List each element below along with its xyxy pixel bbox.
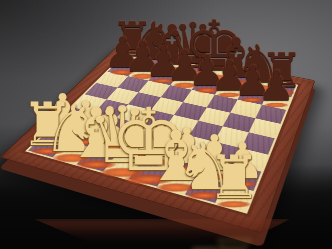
square-c2[interactable] (91, 131, 128, 153)
square-f1[interactable] (157, 167, 196, 194)
square-g3[interactable] (205, 141, 240, 164)
square-h1[interactable] (215, 182, 254, 211)
square-f3[interactable] (179, 135, 214, 157)
square-g4[interactable] (214, 126, 248, 147)
square-e1[interactable] (129, 160, 168, 186)
square-d1[interactable] (103, 153, 142, 178)
square-h4[interactable] (241, 132, 275, 154)
square-d2[interactable] (116, 138, 153, 161)
square-d3[interactable] (129, 123, 165, 144)
square-a2[interactable] (44, 120, 81, 141)
square-h2[interactable] (224, 164, 261, 190)
scene: ♜♞♝♛♚♝♞♜ ♜♞♝♛♚♝♞♜♟♟♟♟♟♟♟♟♟♟♟♟♟♟♟♟♜♞♝♛♚♝♞… (0, 0, 332, 249)
square-e3[interactable] (153, 129, 189, 151)
square-g2[interactable] (196, 157, 233, 182)
square-c1[interactable] (77, 147, 116, 171)
square-e2[interactable] (142, 144, 179, 168)
square-e4[interactable] (164, 115, 198, 135)
square-b1[interactable] (52, 140, 91, 163)
square-f2[interactable] (168, 150, 205, 174)
square-h5[interactable] (248, 117, 280, 137)
square-h3[interactable] (233, 147, 268, 171)
square-c3[interactable] (105, 117, 141, 137)
square-g1[interactable] (185, 175, 224, 203)
square-f4[interactable] (189, 120, 223, 141)
square-b2[interactable] (67, 126, 104, 147)
square-a1[interactable] (28, 134, 67, 156)
